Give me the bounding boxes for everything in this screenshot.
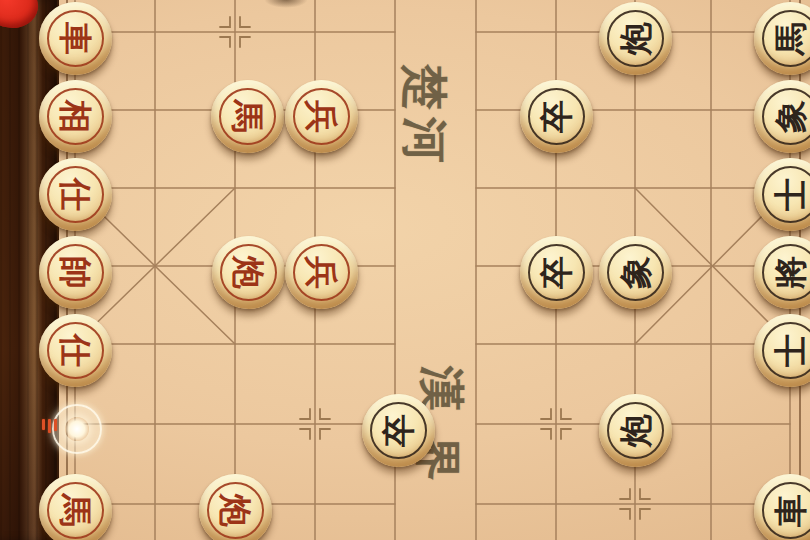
red-soldier[interactable]: 兵 xyxy=(285,80,358,153)
red-soldier[interactable]: 兵 xyxy=(285,236,358,309)
piece-glyph: 仕 xyxy=(39,158,112,231)
red-advisor[interactable]: 仕 xyxy=(39,158,112,231)
piece-glyph: 將 xyxy=(754,236,810,309)
piece-glyph: 炮 xyxy=(212,236,285,309)
black-advisor[interactable]: 士 xyxy=(754,158,810,231)
black-chariot[interactable]: 車 xyxy=(754,474,810,540)
piece-glyph: 卒 xyxy=(520,80,593,153)
red-advisor[interactable]: 仕 xyxy=(39,314,112,387)
piece-glyph: 炮 xyxy=(199,474,272,540)
red-chariot[interactable]: 車 xyxy=(39,2,112,75)
piece-glyph: 卒 xyxy=(520,236,593,309)
move-highlight-glow xyxy=(65,417,89,441)
piece-glyph: 相 xyxy=(39,80,112,153)
point-marker xyxy=(620,489,630,499)
black-elephant[interactable]: 象 xyxy=(754,80,810,153)
black-general[interactable]: 將 xyxy=(754,236,810,309)
piece-glyph: 車 xyxy=(39,2,112,75)
red-horse[interactable]: 馬 xyxy=(211,80,284,153)
black-cannon[interactable]: 炮 xyxy=(599,394,672,467)
piece-glyph: 象 xyxy=(754,80,810,153)
red-general[interactable]: 帥 xyxy=(39,236,112,309)
frame-tick-mark xyxy=(48,419,51,433)
xiangqi-board: 楚河漢界 車相仕帥仕馬馬兵炮兵炮卒卒卒炮象炮馬象士將士車 xyxy=(0,0,810,540)
piece-glyph: 車 xyxy=(754,474,810,540)
move-highlight-marker xyxy=(52,404,102,454)
piece-glyph: 兵 xyxy=(285,80,358,153)
black-cannon[interactable]: 炮 xyxy=(599,2,672,75)
piece-glyph: 卒 xyxy=(362,394,435,467)
piece-glyph: 仕 xyxy=(39,314,112,387)
black-soldier[interactable]: 卒 xyxy=(362,394,435,467)
red-cannon[interactable]: 炮 xyxy=(199,474,272,540)
red-cannon[interactable]: 炮 xyxy=(212,236,285,309)
point-marker xyxy=(300,409,310,419)
point-marker xyxy=(220,17,230,27)
piece-glyph: 馬 xyxy=(754,2,810,75)
black-horse[interactable]: 馬 xyxy=(754,2,810,75)
piece-glyph: 馬 xyxy=(39,474,112,540)
piece-glyph: 馬 xyxy=(211,80,284,153)
piece-glyph: 帥 xyxy=(39,236,112,309)
piece-glyph: 士 xyxy=(754,314,810,387)
piece-glyph: 士 xyxy=(754,158,810,231)
red-elephant[interactable]: 相 xyxy=(39,80,112,153)
frame-tick-mark xyxy=(42,419,45,430)
red-horse[interactable]: 馬 xyxy=(39,474,112,540)
black-soldier[interactable]: 卒 xyxy=(520,236,593,309)
piece-glyph: 象 xyxy=(599,236,672,309)
piece-glyph: 炮 xyxy=(599,394,672,467)
frame-tick-mark xyxy=(54,419,57,431)
black-elephant[interactable]: 象 xyxy=(599,236,672,309)
piece-glyph: 兵 xyxy=(285,236,358,309)
black-soldier[interactable]: 卒 xyxy=(520,80,593,153)
black-advisor[interactable]: 士 xyxy=(754,314,810,387)
point-marker xyxy=(541,409,551,419)
piece-glyph: 炮 xyxy=(599,2,672,75)
